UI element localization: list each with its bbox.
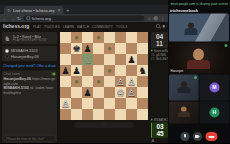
- back-icon[interactable]: ←: [3, 16, 8, 21]
- person-silhouette: [187, 60, 210, 69]
- nav-puzzles[interactable]: PUZZLES: [44, 24, 59, 28]
- board-square-c8[interactable]: [82, 32, 93, 43]
- board-square-e1[interactable]: [104, 109, 115, 120]
- nav-watch[interactable]: WATCH: [77, 24, 89, 28]
- board-square-e2[interactable]: [104, 98, 115, 109]
- board-square-a3[interactable]: [60, 87, 71, 98]
- lichess-header: lichess.org PLAY PUZZLES LEARN WATCH COM…: [0, 22, 168, 30]
- game-action-link[interactable]: Changed your mind? Offer a draw: [2, 63, 57, 69]
- board-square-f6[interactable]: [115, 54, 126, 65]
- board-square-h7[interactable]: [137, 43, 148, 54]
- legal-move-dot[interactable]: [75, 80, 79, 84]
- browser-toolbar: ← → ↻ lichess.org ☆ ⋮: [0, 14, 168, 22]
- nav-community[interactable]: COMMUNITY: [92, 24, 113, 28]
- board-footer-bar[interactable]: ···: [74, 122, 134, 128]
- tab-title: Live chess • lichess.org: [13, 8, 55, 13]
- board-square-b4[interactable]: [71, 76, 82, 87]
- game-meta-line: 5+3 • Rated • Blitz: [13, 35, 47, 39]
- board-square-b3[interactable]: [71, 87, 82, 98]
- bookmark-star-icon[interactable]: ☆: [147, 16, 151, 21]
- board-square-d7[interactable]: [93, 43, 104, 54]
- participant-tile[interactable]: H: [200, 102, 230, 124]
- move-row: 27. Nc6 Kb7: [151, 57, 168, 61]
- online-dot: [151, 119, 152, 121]
- board-square-e5[interactable]: [104, 65, 115, 76]
- board-square-c7[interactable]: ♟: [82, 43, 93, 54]
- board-square-c3[interactable]: ♟: [82, 87, 93, 98]
- board-square-d8[interactable]: [93, 32, 104, 43]
- participant-name: Hasanjon: [171, 70, 184, 73]
- board-square-d6[interactable]: [93, 54, 104, 65]
- lichess-nav: PLAY PUZZLES LEARN WATCH COMMUNITY TOOLS: [33, 24, 153, 28]
- chess-board[interactable]: ♚♟♘♟♟♟♞♙♙♟♔♙♙: [60, 32, 148, 120]
- board-square-f5[interactable]: [115, 65, 126, 76]
- piece-black-knight[interactable]: ♞: [137, 65, 148, 76]
- board-square-h8[interactable]: [137, 32, 148, 43]
- screen: ♘ Live chess • lichess.org × + ← → ↻ lic…: [0, 0, 230, 143]
- board-square-f1[interactable]: [115, 109, 126, 120]
- participant-tile[interactable]: [169, 102, 199, 124]
- opponent-clock: 04 11: [151, 32, 168, 48]
- chat-messages: HasanjonBoy-06 https://meet.google.com M…: [4, 77, 56, 136]
- clock-column: 04 11 HasanjonBoy-06 26. g4 Nh5: [151, 32, 168, 143]
- captured-material: ♙: [151, 139, 168, 143]
- browser-tab[interactable]: ♘ Live chess • lichess.org ×: [4, 6, 63, 14]
- online-dot: [151, 50, 152, 52]
- avatar-letter: H: [209, 108, 219, 118]
- tab-close-icon[interactable]: ×: [58, 8, 61, 13]
- participant-tile[interactable]: Hasanjon: [169, 43, 229, 74]
- reload-icon[interactable]: ↻: [17, 16, 21, 21]
- board-square-d3[interactable]: [93, 87, 104, 98]
- chat-message: HasanjonBoy-06 https://meet.google.com: [4, 77, 56, 86]
- lichess-page: lichess.org PLAY PUZZLES LEARN WATCH COM…: [0, 22, 168, 143]
- game-sidebar: ♞ 5+3 • Rated • Blitz PLAYING RIGHT NOW …: [2, 32, 57, 143]
- board-square-f2[interactable]: [115, 98, 126, 109]
- piece-white-pawn[interactable]: ♙: [126, 76, 137, 87]
- board-square-f3[interactable]: ♔: [115, 87, 126, 98]
- board-square-e3[interactable]: [104, 87, 115, 98]
- nav-tools[interactable]: TOOLS: [116, 24, 127, 28]
- meet-status-bar: meet.google.com is sharing your screen: [168, 0, 230, 7]
- player-clock-active: 03 45: [151, 122, 168, 138]
- piece-black-pawn[interactable]: ♟: [82, 43, 93, 54]
- game-meta-box: ♞ 5+3 • Rated • Blitz PLAYING RIGHT NOW: [2, 32, 57, 44]
- chat-input[interactable]: Please be nice in the chat!: [4, 135, 56, 142]
- notifications-icon[interactable]: [163, 25, 166, 28]
- player-name-row[interactable]: MISBAKH-5103: [151, 118, 168, 121]
- mic-active-icon: [194, 76, 197, 79]
- legal-move-dot[interactable]: [97, 36, 101, 40]
- browser-window: ♘ Live chess • lichess.org × + ← → ↻ lic…: [0, 0, 168, 143]
- microphone-button[interactable]: [181, 132, 190, 141]
- player-clock-seconds: 45: [152, 130, 168, 137]
- lichess-logo[interactable]: lichess.org: [3, 23, 29, 29]
- game-layout: ♞ 5+3 • Rated • Blitz PLAYING RIGHT NOW …: [0, 30, 168, 143]
- participant-tiles: Hasanjon M H: [168, 14, 230, 131]
- person-silhouette: [178, 112, 190, 118]
- tab-favicon: ♘: [7, 8, 11, 13]
- new-tab-button[interactable]: +: [66, 7, 69, 14]
- chat-message: MISBAKH-5103 ok, kirdim hozir boshlaymiz: [4, 86, 56, 95]
- forward-icon[interactable]: →: [10, 16, 15, 21]
- board-square-c2[interactable]: [82, 98, 93, 109]
- piece-black-pawn[interactable]: ♟: [126, 54, 137, 65]
- board-area: ♚♟♘♟♟♟♞♙♙♟♔♙♙ ···: [60, 32, 148, 143]
- chat-toggle[interactable]: [51, 73, 56, 76]
- person-silhouette: [193, 49, 204, 61]
- meet-window: meet.google.com is sharing your screen t…: [168, 0, 230, 143]
- board-square-h5[interactable]: ♞: [137, 65, 148, 76]
- game-status-line: PLAYING RIGHT NOW: [13, 39, 47, 42]
- hangup-icon: [209, 136, 215, 138]
- board-square-b5[interactable]: ♟: [71, 65, 82, 76]
- tab-strip: ♘ Live chess • lichess.org × +: [0, 5, 168, 14]
- board-square-a7[interactable]: [60, 43, 71, 54]
- board-square-e7[interactable]: [104, 43, 115, 54]
- profile-avatar[interactable]: [154, 16, 159, 21]
- board-square-d1[interactable]: [93, 109, 104, 120]
- board-square-e4[interactable]: [104, 76, 115, 87]
- board-square-h2[interactable]: [137, 98, 148, 109]
- legal-move-dot[interactable]: [75, 36, 79, 40]
- opponent-clock-seconds: 11: [151, 40, 168, 47]
- board-square-e6[interactable]: [104, 54, 115, 65]
- microphone-icon: [184, 134, 186, 138]
- board-square-b8[interactable]: [71, 32, 82, 43]
- person-silhouette: [185, 28, 198, 35]
- piece-black-pawn[interactable]: ♟: [82, 87, 93, 98]
- opponent-name-row[interactable]: HasanjonBoy-06: [151, 49, 168, 52]
- lock-icon: [26, 16, 30, 20]
- board-square-h4[interactable]: [137, 76, 148, 87]
- piece-white-pawn[interactable]: ♙: [115, 76, 126, 87]
- chat-title: Chat room: [4, 72, 21, 76]
- browser-menu-icon[interactable]: ⋮: [161, 16, 166, 21]
- participant-tile[interactable]: M: [200, 75, 230, 101]
- black-color-icon: [5, 54, 9, 58]
- search-icon[interactable]: [156, 24, 160, 28]
- board-square-g3[interactable]: ♙: [126, 87, 137, 98]
- board-square-d5[interactable]: [93, 65, 104, 76]
- move-list[interactable]: 26. g4 Nh5 27. Nc6 Kb7: [151, 53, 168, 117]
- piece-white-knight[interactable]: ♘: [82, 54, 93, 65]
- board-square-g8[interactable]: [126, 32, 137, 43]
- board-square-b2[interactable]: [71, 98, 82, 109]
- board-square-f7[interactable]: [115, 43, 126, 54]
- camera-button[interactable]: [193, 132, 202, 141]
- piece-black-pawn[interactable]: ♟: [60, 65, 71, 76]
- piece-white-pawn[interactable]: ♙: [60, 98, 71, 109]
- leave-call-button[interactable]: [206, 132, 218, 141]
- board-square-a2[interactable]: ♙: [60, 98, 71, 109]
- piece-white-pawn[interactable]: ♙: [126, 87, 137, 98]
- legal-move-dot[interactable]: [108, 47, 112, 51]
- piece-black-king[interactable]: ♚: [71, 43, 82, 54]
- piece-white-king[interactable]: ♔: [115, 87, 126, 98]
- screenshare-status-text: meet.google.com is sharing your screen: [170, 2, 228, 6]
- white-player-name[interactable]: MISBAKH-5103: [11, 49, 37, 54]
- legal-move-dot[interactable]: [97, 80, 101, 84]
- black-player-name[interactable]: HasanjonBoy-06: [11, 54, 39, 59]
- board-square-a4[interactable]: [60, 76, 71, 87]
- person-silhouette: [178, 87, 191, 93]
- board-square-a8[interactable]: [60, 32, 71, 43]
- board-square-g5[interactable]: [126, 65, 137, 76]
- chat-box: Chat room HasanjonBoy-06 https://meet.go…: [2, 71, 57, 144]
- board-square-a5[interactable]: ♟: [60, 65, 71, 76]
- board-square-b6[interactable]: [71, 54, 82, 65]
- board-square-c6[interactable]: ♘: [82, 54, 93, 65]
- board-square-g4[interactable]: ♙: [126, 76, 137, 87]
- board-square-a6[interactable]: [60, 54, 71, 65]
- board-square-f4[interactable]: ♙: [115, 76, 126, 87]
- mic-active-icon: [225, 44, 228, 47]
- white-color-icon: [5, 49, 9, 53]
- board-square-g2[interactable]: [126, 98, 137, 109]
- players-box: MISBAKH-5103 HasanjonBoy-06: [2, 46, 57, 61]
- board-square-g1[interactable]: [126, 109, 137, 120]
- board-square-g7[interactable]: [126, 43, 137, 54]
- participant-tile[interactable]: [169, 75, 199, 101]
- nav-learn[interactable]: LEARN: [63, 24, 74, 28]
- board-square-b7[interactable]: ♚: [71, 43, 82, 54]
- legal-move-dot[interactable]: [108, 69, 112, 73]
- board-square-h3[interactable]: [137, 87, 148, 98]
- board-square-a1[interactable]: [60, 109, 71, 120]
- board-square-f8[interactable]: [115, 32, 126, 43]
- board-square-h1[interactable]: [137, 109, 148, 120]
- board-square-g6[interactable]: ♟: [126, 54, 137, 65]
- address-bar[interactable]: lichess.org: [23, 15, 144, 21]
- board-square-c1[interactable]: [82, 109, 93, 120]
- board-square-d2[interactable]: [93, 98, 104, 109]
- avatar-letter: M: [209, 83, 219, 93]
- participant-tile[interactable]: [169, 14, 229, 42]
- url-text: lichess.org: [32, 16, 51, 21]
- meet-controls: [168, 130, 230, 143]
- board-square-h6[interactable]: [137, 54, 148, 65]
- camera-icon: [195, 135, 199, 138]
- board-square-c5[interactable]: [82, 65, 93, 76]
- board-square-c4[interactable]: [82, 76, 93, 87]
- black-player-row[interactable]: HasanjonBoy-06: [4, 54, 55, 60]
- nav-play[interactable]: PLAY: [33, 24, 41, 28]
- board-square-d4[interactable]: [93, 76, 104, 87]
- board-square-b1[interactable]: [71, 109, 82, 120]
- knight-icon: ♞: [4, 34, 10, 42]
- board-square-e8[interactable]: [104, 32, 115, 43]
- piece-black-pawn[interactable]: ♟: [71, 65, 82, 76]
